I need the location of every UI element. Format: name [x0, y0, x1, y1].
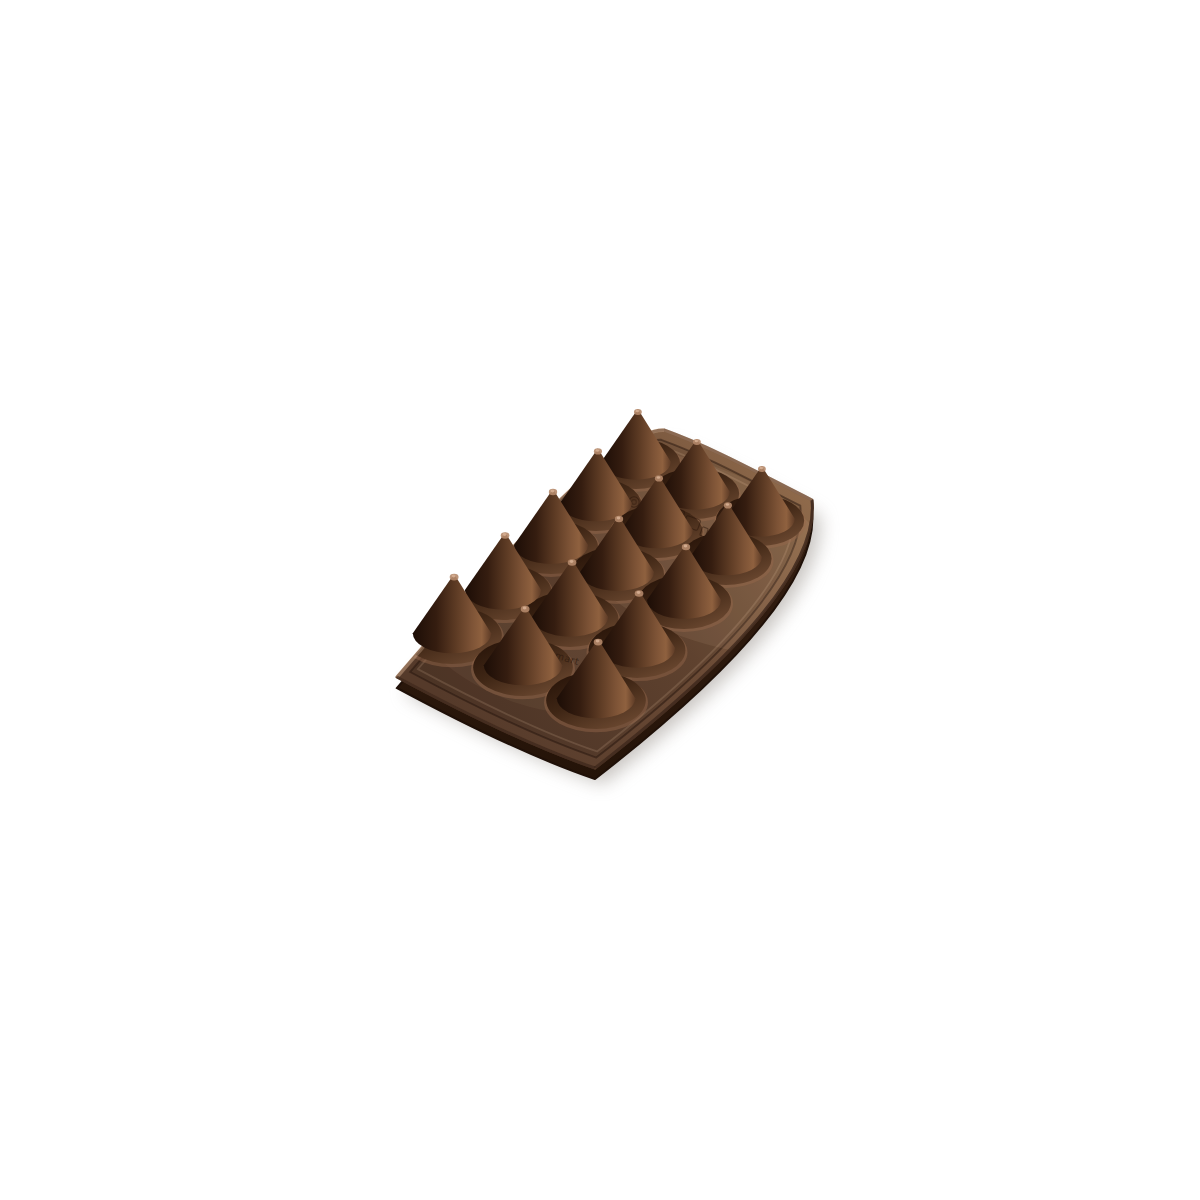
product-photo: silikomart [0, 0, 1200, 1200]
mould-product-image: silikomart [0, 0, 1200, 1200]
